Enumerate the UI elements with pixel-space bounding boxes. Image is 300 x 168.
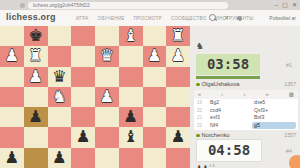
square-r6c6[interactable] bbox=[143, 148, 167, 168]
square-r4c6[interactable] bbox=[143, 107, 167, 127]
white-pawn-piece: ♟ bbox=[166, 46, 190, 66]
black-bishop-piece: ♝ bbox=[119, 127, 143, 147]
square-r6c3[interactable] bbox=[71, 148, 95, 168]
square-r0c5[interactable]: ♝ bbox=[119, 26, 143, 46]
player-name[interactable]: Norchenko bbox=[202, 132, 230, 138]
square-r5c0[interactable] bbox=[0, 127, 24, 147]
square-r6c2[interactable]: ♟ bbox=[48, 148, 72, 168]
move-number: 21 bbox=[194, 114, 208, 122]
black-pawn-piece: ♟ bbox=[71, 127, 95, 147]
square-r5c4[interactable] bbox=[95, 127, 119, 147]
square-r6c5[interactable] bbox=[119, 148, 143, 168]
black-pawn-piece: ♟ bbox=[48, 148, 72, 168]
white-rook-piece: ♜ bbox=[24, 46, 48, 66]
black-pawn-piece: ♟ bbox=[166, 127, 190, 147]
square-r5c5[interactable]: ♝ bbox=[119, 127, 143, 147]
white-bishop-piece: ♝ bbox=[119, 26, 143, 46]
window-maximize-button[interactable]: ▢ bbox=[282, 0, 288, 10]
screen: lichess.org/jg2nh4T5fhD2 – ▢ ✕ lichess.o… bbox=[0, 0, 300, 168]
square-r3c2[interactable]: ♞ bbox=[48, 87, 72, 107]
game-type-icon: ♞ bbox=[196, 42, 204, 51]
player-tournament-rank: #4 bbox=[286, 148, 292, 154]
captured-pawns: ♟♟ bbox=[196, 164, 209, 168]
online-dot bbox=[196, 134, 200, 138]
white-move[interactable]: Bg2 bbox=[208, 99, 252, 107]
square-r0c7[interactable]: ♜ bbox=[166, 26, 190, 46]
white-pawn-piece: ♟ bbox=[24, 67, 48, 87]
square-r4c2[interactable] bbox=[48, 107, 72, 127]
square-r4c1[interactable]: ♟ bbox=[24, 107, 48, 127]
black-pawn-piece: ♟ bbox=[119, 107, 143, 127]
move-row-22: 22Nf4g5 bbox=[194, 122, 298, 130]
square-r5c1[interactable] bbox=[24, 127, 48, 147]
square-r1c5[interactable] bbox=[119, 46, 143, 66]
square-r3c5[interactable] bbox=[119, 87, 143, 107]
black-move[interactable]: dxe5 bbox=[252, 99, 296, 107]
move-list-box: « ‹ › » ▦ 19Bg2dxe520cxd4Qxf3+21exf3Bxf3… bbox=[194, 90, 298, 130]
square-r1c3[interactable] bbox=[71, 46, 95, 66]
white-rook-piece: ♜ bbox=[166, 26, 190, 46]
square-r2c5[interactable] bbox=[119, 67, 143, 87]
corner-notification-blob[interactable] bbox=[289, 155, 300, 168]
square-r3c1[interactable] bbox=[24, 87, 48, 107]
reload-icon[interactable] bbox=[20, 3, 25, 8]
black-queen-piece: ♛ bbox=[48, 67, 72, 87]
captured-pieces-tray: ♟♟+1 bbox=[196, 162, 215, 168]
last-move-button[interactable]: » bbox=[265, 90, 268, 99]
white-knight-piece: ♞ bbox=[48, 87, 72, 107]
square-r5c6[interactable] bbox=[143, 127, 167, 147]
window-minimize-button[interactable]: – bbox=[275, 0, 278, 10]
challenge-icon[interactable]: ✕ bbox=[224, 15, 229, 21]
opponent-rating: 1357 bbox=[284, 80, 296, 88]
white-move[interactable]: Nf4 bbox=[208, 122, 252, 130]
square-r2c4[interactable] bbox=[95, 67, 119, 87]
black-move[interactable]: Qxf3+ bbox=[252, 107, 296, 115]
player-clock: 04:58 bbox=[196, 139, 262, 162]
square-r1c7[interactable]: ♟ bbox=[166, 46, 190, 66]
square-r4c7[interactable] bbox=[166, 107, 190, 127]
black-king-piece: ♚ bbox=[24, 26, 48, 46]
square-r2c3[interactable] bbox=[71, 67, 95, 87]
white-queen-piece: ♛ bbox=[95, 46, 119, 66]
window-close-button[interactable]: ✕ bbox=[292, 0, 297, 10]
square-r1c4[interactable]: ♛ bbox=[95, 46, 119, 66]
square-r3c6[interactable] bbox=[143, 87, 167, 107]
square-r1c2[interactable] bbox=[48, 46, 72, 66]
square-r3c7[interactable] bbox=[166, 87, 190, 107]
prev-move-button[interactable]: ‹ bbox=[221, 90, 223, 99]
black-pawn-piece: ♟ bbox=[0, 148, 24, 168]
square-r4c3[interactable] bbox=[71, 107, 95, 127]
black-move[interactable]: Bxf3 bbox=[252, 114, 296, 122]
square-r5c3[interactable]: ♟ bbox=[71, 127, 95, 147]
move-nav-bar: « ‹ › » ▦ bbox=[194, 90, 298, 99]
nav-item-2[interactable]: Просмотр bbox=[134, 16, 162, 21]
square-r4c0[interactable] bbox=[0, 107, 24, 127]
search-icon[interactable] bbox=[209, 14, 216, 21]
square-r5c7[interactable]: ♟ bbox=[166, 127, 190, 147]
black-move[interactable]: g5 bbox=[252, 122, 296, 130]
move-row-19: 19Bg2dxe5 bbox=[194, 99, 298, 107]
next-move-button[interactable]: › bbox=[243, 90, 245, 99]
square-r6c0[interactable]: ♟ bbox=[0, 148, 24, 168]
square-r6c7[interactable] bbox=[166, 148, 190, 168]
game-panel: ♞ 03:58 #1 OlgaUshakova 1357 « ‹ › » ▦ 1… bbox=[192, 26, 300, 168]
opponent-clock: 03:58 bbox=[196, 54, 260, 75]
square-r1c0[interactable]: ♟ bbox=[0, 46, 24, 66]
move-number: 20 bbox=[194, 107, 208, 115]
material-advantage: +1 bbox=[209, 163, 216, 168]
move-row-21: 21exf3Bxf3 bbox=[194, 114, 298, 122]
white-pawn-piece: ♟ bbox=[143, 46, 167, 66]
square-r6c1[interactable] bbox=[24, 148, 48, 168]
nav-item-3[interactable]: Сообщество bbox=[171, 16, 207, 21]
board-viewport: ♚♝♜♟♜♛♟♟♟♛♞♟♟♟♟♝♟♟♟ bbox=[0, 26, 190, 168]
square-r3c0[interactable] bbox=[0, 87, 24, 107]
white-move[interactable]: exf3 bbox=[208, 114, 252, 122]
move-row-20: 20cxd4Qxf3+ bbox=[194, 107, 298, 115]
nav-item-1[interactable]: Обучение bbox=[98, 16, 125, 21]
square-r3c3[interactable] bbox=[71, 87, 95, 107]
square-r4c5[interactable]: ♟ bbox=[119, 107, 143, 127]
white-pawn-piece: ♟ bbox=[0, 46, 24, 66]
move-list: 19Bg2dxe520cxd4Qxf3+21exf3Bxf322Nf4g5 bbox=[194, 99, 298, 129]
username[interactable]: Pobeditel ar bbox=[269, 15, 296, 21]
square-r1c6[interactable]: ♟ bbox=[143, 46, 167, 66]
player-row[interactable]: Norchenko 1557 bbox=[196, 131, 296, 139]
chess-board: ♚♝♜♟♜♛♟♟♟♛♞♟♟♟♟♝♟♟♟ bbox=[0, 26, 190, 168]
square-r2c0[interactable] bbox=[0, 67, 24, 87]
opponent-tournament-rank: #1 bbox=[286, 62, 292, 68]
square-r4c4[interactable] bbox=[95, 107, 119, 127]
opponent-player-row[interactable]: OlgaUshakova 1357 bbox=[196, 80, 296, 88]
site-header: lichess.org ИграОбучениеПросмотрСообщест… bbox=[0, 10, 300, 26]
online-dot bbox=[196, 83, 200, 87]
black-pawn-piece: ♟ bbox=[24, 107, 48, 127]
browser-bar: lichess.org/jg2nh4T5fhD2 – ▢ ✕ bbox=[0, 0, 300, 10]
square-r2c2[interactable]: ♛ bbox=[48, 67, 72, 87]
square-r0c3[interactable] bbox=[71, 26, 95, 46]
square-r2c6[interactable] bbox=[143, 67, 167, 87]
square-r0c4[interactable] bbox=[95, 26, 119, 46]
clock-time-bar bbox=[196, 76, 260, 79]
white-pawn-piece: ♟ bbox=[95, 87, 119, 107]
square-r0c2[interactable] bbox=[48, 26, 72, 46]
analysis-board-icon[interactable]: ▦ bbox=[289, 90, 294, 99]
square-r5c2[interactable] bbox=[48, 127, 72, 147]
square-r2c1[interactable]: ♟ bbox=[24, 67, 48, 87]
first-move-button[interactable]: « bbox=[198, 90, 201, 99]
square-r0c6[interactable] bbox=[143, 26, 167, 46]
nav-item-0[interactable]: Игра bbox=[76, 16, 89, 21]
notification-bell-icon[interactable] bbox=[237, 16, 242, 20]
player-rating: 1557 bbox=[284, 131, 296, 139]
white-move[interactable]: cxd4 bbox=[208, 107, 252, 115]
lichess-logo[interactable]: lichess.org bbox=[6, 12, 56, 22]
opponent-name[interactable]: OlgaUshakova bbox=[202, 81, 240, 87]
square-r2c7[interactable] bbox=[166, 67, 190, 87]
move-number: 22 bbox=[194, 122, 208, 130]
square-r6c4[interactable] bbox=[95, 148, 119, 168]
move-number: 19 bbox=[194, 99, 208, 107]
square-r0c0[interactable] bbox=[0, 26, 24, 46]
square-r3c4[interactable]: ♟ bbox=[95, 87, 119, 107]
square-r1c1[interactable]: ♜ bbox=[24, 46, 48, 66]
url-bar[interactable]: lichess.org/jg2nh4T5fhD2 bbox=[28, 2, 228, 9]
square-r0c1[interactable]: ♚ bbox=[24, 26, 48, 46]
